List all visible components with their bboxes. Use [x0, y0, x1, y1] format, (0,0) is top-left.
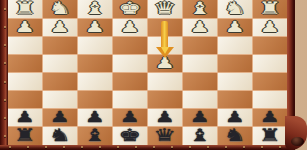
- square-h7[interactable]: ♟: [8, 109, 42, 126]
- square-a8[interactable]: ♜: [253, 127, 287, 145]
- square-g2[interactable]: ♟: [43, 19, 77, 36]
- frame-nail-bottom: [135, 146, 137, 148]
- frame-nail-left: [4, 81, 6, 83]
- square-a2[interactable]: ♟: [253, 19, 287, 36]
- square-c8[interactable]: ♝: [183, 127, 217, 145]
- frame-nail-bottom: [81, 146, 83, 148]
- white-rook[interactable]: ♜: [14, 0, 37, 18]
- black-knight[interactable]: ♞: [224, 127, 247, 145]
- black-pawn[interactable]: ♟: [155, 110, 175, 126]
- frame-nail-bottom: [207, 146, 209, 148]
- square-f4[interactable]: [78, 55, 112, 72]
- white-pawn[interactable]: ♟: [190, 20, 210, 36]
- white-pawn[interactable]: ♟: [120, 20, 140, 36]
- frame-nail-bottom: [45, 146, 47, 148]
- frame-nail-bottom: [27, 146, 29, 148]
- black-queen[interactable]: ♛: [154, 127, 177, 145]
- square-a6[interactable]: [253, 91, 287, 108]
- frame-nail-left: [4, 117, 6, 119]
- square-c6[interactable]: [183, 91, 217, 108]
- white-rook[interactable]: ♜: [259, 0, 282, 18]
- square-g8[interactable]: ♞: [43, 127, 77, 145]
- last-move-arrow-head-inner: [161, 47, 169, 54]
- square-e8[interactable]: ♚: [113, 127, 147, 145]
- black-bishop[interactable]: ♝: [189, 127, 212, 145]
- square-f2[interactable]: ♟: [78, 19, 112, 36]
- frame-corner-knob: [291, 137, 304, 146]
- square-a7[interactable]: ♟: [253, 109, 287, 126]
- square-f1[interactable]: ♝: [78, 0, 112, 18]
- white-king[interactable]: ♚: [119, 0, 142, 18]
- square-d7[interactable]: ♟: [148, 109, 182, 126]
- square-e6[interactable]: [113, 91, 147, 108]
- white-pawn[interactable]: ♟: [225, 20, 245, 36]
- frame-nail-bottom: [171, 146, 173, 148]
- square-e4[interactable]: [113, 55, 147, 72]
- white-pawn[interactable]: ♟: [50, 20, 70, 36]
- square-f3[interactable]: [78, 37, 112, 54]
- square-d1[interactable]: ♛: [148, 0, 182, 18]
- square-f5[interactable]: [78, 73, 112, 90]
- square-b6[interactable]: [218, 91, 252, 108]
- black-pawn[interactable]: ♟: [50, 110, 70, 126]
- last-move-arrow-shaft: [161, 21, 168, 48]
- frame-nail-bottom: [99, 146, 101, 148]
- frame-nail-bottom: [63, 146, 65, 148]
- square-e1[interactable]: ♚: [113, 0, 147, 18]
- white-pawn[interactable]: ♟: [85, 20, 105, 36]
- black-rook[interactable]: ♜: [14, 127, 37, 145]
- square-c2[interactable]: ♟: [183, 19, 217, 36]
- frame-nail-bottom: [9, 146, 11, 148]
- square-f7[interactable]: ♟: [78, 109, 112, 126]
- chess-app-window: ♜♞♝♚♛♝♞♜♟♟♟♟♟♟♟♟♟♟♟♟♟♟♟♟♜♞♝♚♛♝♞♜: [0, 0, 307, 150]
- frame-nail-left: [4, 99, 6, 101]
- square-d8[interactable]: ♛: [148, 127, 182, 145]
- white-queen[interactable]: ♛: [154, 0, 177, 18]
- square-g6[interactable]: [43, 91, 77, 108]
- black-rook[interactable]: ♜: [259, 127, 282, 145]
- black-bishop[interactable]: ♝: [84, 127, 107, 145]
- square-g3[interactable]: [43, 37, 77, 54]
- square-d6[interactable]: [148, 91, 182, 108]
- black-pawn[interactable]: ♟: [85, 110, 105, 126]
- square-g7[interactable]: ♟: [43, 109, 77, 126]
- black-pawn[interactable]: ♟: [190, 110, 210, 126]
- square-e7[interactable]: ♟: [113, 109, 147, 126]
- frame-nail-left: [4, 135, 6, 137]
- square-h1[interactable]: ♜: [8, 0, 42, 18]
- white-pawn[interactable]: ♟: [155, 56, 175, 72]
- square-c3[interactable]: [183, 37, 217, 54]
- frame-nail-bottom: [261, 146, 263, 148]
- square-a3[interactable]: [253, 37, 287, 54]
- frame-nail-bottom: [117, 146, 119, 148]
- frame-nail-bottom: [189, 146, 191, 148]
- square-f8[interactable]: ♝: [78, 127, 112, 145]
- square-f6[interactable]: [78, 91, 112, 108]
- square-c1[interactable]: ♝: [183, 0, 217, 18]
- frame-nail-bottom: [279, 146, 281, 148]
- white-pawn[interactable]: ♟: [260, 20, 280, 36]
- square-h2[interactable]: ♟: [8, 19, 42, 36]
- frame-nail-left: [4, 8, 6, 10]
- square-g5[interactable]: [43, 73, 77, 90]
- square-c4[interactable]: [183, 55, 217, 72]
- square-a5[interactable]: [253, 73, 287, 90]
- square-c7[interactable]: ♟: [183, 109, 217, 126]
- square-h3[interactable]: [8, 37, 42, 54]
- white-bishop[interactable]: ♝: [84, 0, 107, 18]
- square-b3[interactable]: [218, 37, 252, 54]
- chess-board: ♜♞♝♚♛♝♞♜♟♟♟♟♟♟♟♟♟♟♟♟♟♟♟♟♜♞♝♚♛♝♞♜: [8, 0, 287, 145]
- frame-nail-bottom: [153, 146, 155, 148]
- black-pawn[interactable]: ♟: [15, 110, 35, 126]
- white-knight[interactable]: ♞: [49, 0, 72, 18]
- square-a1[interactable]: ♜: [253, 0, 287, 18]
- square-c5[interactable]: [183, 73, 217, 90]
- black-king[interactable]: ♚: [119, 127, 142, 145]
- square-d5[interactable]: [148, 73, 182, 90]
- square-b5[interactable]: [218, 73, 252, 90]
- square-b4[interactable]: [218, 55, 252, 72]
- square-e5[interactable]: [113, 73, 147, 90]
- square-h6[interactable]: [8, 91, 42, 108]
- frame-nail-bottom: [225, 146, 227, 148]
- white-bishop[interactable]: ♝: [189, 0, 212, 18]
- square-a4[interactable]: [253, 55, 287, 72]
- black-knight[interactable]: ♞: [49, 127, 72, 145]
- black-pawn[interactable]: ♟: [225, 110, 245, 126]
- white-pawn[interactable]: ♟: [15, 20, 35, 36]
- square-h4[interactable]: [8, 55, 42, 72]
- square-b8[interactable]: ♞: [218, 127, 252, 145]
- square-g1[interactable]: ♞: [43, 0, 77, 18]
- white-knight[interactable]: ♞: [224, 0, 247, 18]
- square-e3[interactable]: [113, 37, 147, 54]
- black-pawn[interactable]: ♟: [120, 110, 140, 126]
- square-g4[interactable]: [43, 55, 77, 72]
- black-pawn[interactable]: ♟: [260, 110, 280, 126]
- square-h8[interactable]: ♜: [8, 127, 42, 145]
- square-b1[interactable]: ♞: [218, 0, 252, 18]
- square-e2[interactable]: ♟: [113, 19, 147, 36]
- square-b7[interactable]: ♟: [218, 109, 252, 126]
- board-frame-left: [0, 0, 8, 150]
- square-h5[interactable]: [8, 73, 42, 90]
- square-b2[interactable]: ♟: [218, 19, 252, 36]
- frame-nail-bottom: [243, 146, 245, 148]
